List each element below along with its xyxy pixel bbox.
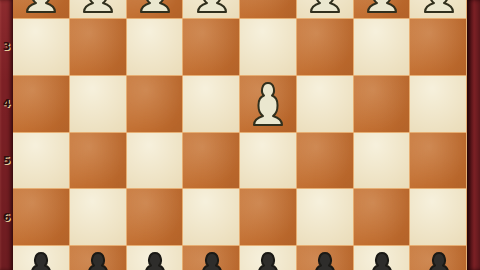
piece-wP-b2[interactable] bbox=[365, 0, 399, 14]
square-f5[interactable] bbox=[127, 133, 183, 189]
square-h4[interactable] bbox=[13, 76, 69, 132]
piece-wP-g2[interactable] bbox=[81, 0, 115, 14]
square-b6[interactable] bbox=[354, 189, 410, 245]
rank-label-5: 5 bbox=[0, 154, 13, 168]
piece-wP-a2[interactable] bbox=[422, 0, 456, 14]
piece-bP-c7[interactable] bbox=[308, 251, 342, 270]
square-g3[interactable] bbox=[70, 19, 126, 75]
chessboard bbox=[13, 0, 467, 270]
square-b5[interactable] bbox=[354, 133, 410, 189]
piece-bP-h7[interactable] bbox=[24, 251, 58, 270]
square-b4[interactable] bbox=[354, 76, 410, 132]
square-c3[interactable] bbox=[297, 19, 353, 75]
square-a5[interactable] bbox=[410, 133, 466, 189]
square-a4[interactable] bbox=[410, 76, 466, 132]
piece-bP-a7[interactable] bbox=[422, 251, 456, 270]
board-border-left: 3456 bbox=[0, 0, 13, 270]
piece-wP-e2[interactable] bbox=[195, 0, 229, 14]
square-d6[interactable] bbox=[240, 189, 296, 245]
piece-bP-g7[interactable] bbox=[81, 251, 115, 270]
square-c4[interactable] bbox=[297, 76, 353, 132]
rank-label-6: 6 bbox=[0, 211, 13, 225]
piece-bP-b7[interactable] bbox=[365, 251, 399, 270]
square-b3[interactable] bbox=[354, 19, 410, 75]
piece-bP-d7[interactable] bbox=[251, 251, 285, 270]
rank-label-4: 4 bbox=[0, 97, 13, 111]
square-d5[interactable] bbox=[240, 133, 296, 189]
square-f4[interactable] bbox=[127, 76, 183, 132]
square-e4[interactable] bbox=[183, 76, 239, 132]
square-d3[interactable] bbox=[240, 19, 296, 75]
square-f6[interactable] bbox=[127, 189, 183, 245]
rank-label-3: 3 bbox=[0, 40, 13, 54]
square-d2[interactable] bbox=[240, 0, 296, 18]
piece-wP-f2[interactable] bbox=[138, 0, 172, 14]
square-h3[interactable] bbox=[13, 19, 69, 75]
square-g6[interactable] bbox=[70, 189, 126, 245]
piece-bP-f7[interactable] bbox=[138, 251, 172, 270]
square-e6[interactable] bbox=[183, 189, 239, 245]
video-frame: 3456 bbox=[0, 0, 480, 270]
square-c5[interactable] bbox=[297, 133, 353, 189]
piece-wP-h2[interactable] bbox=[24, 0, 58, 14]
square-g5[interactable] bbox=[70, 133, 126, 189]
square-h6[interactable] bbox=[13, 189, 69, 245]
piece-bP-e7[interactable] bbox=[195, 251, 229, 270]
square-a3[interactable] bbox=[410, 19, 466, 75]
square-f3[interactable] bbox=[127, 19, 183, 75]
square-g4[interactable] bbox=[70, 76, 126, 132]
square-c6[interactable] bbox=[297, 189, 353, 245]
square-h5[interactable] bbox=[13, 133, 69, 189]
board-border-right bbox=[467, 0, 480, 270]
square-e5[interactable] bbox=[183, 133, 239, 189]
piece-wP-d4[interactable] bbox=[251, 81, 285, 127]
square-e3[interactable] bbox=[183, 19, 239, 75]
square-a6[interactable] bbox=[410, 189, 466, 245]
piece-wP-c2[interactable] bbox=[308, 0, 342, 14]
